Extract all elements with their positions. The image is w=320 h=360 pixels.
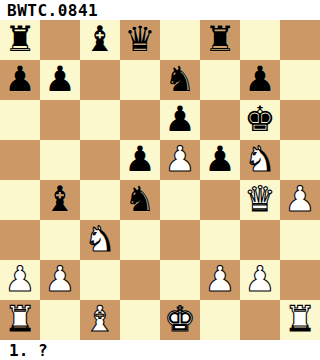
- move-prompt: 1. ?: [9, 341, 48, 360]
- square-a7[interactable]: ♟: [0, 60, 40, 100]
- square-g4[interactable]: ♛: [240, 180, 280, 220]
- square-c4[interactable]: [80, 180, 120, 220]
- piece-black-pawn[interactable]: ♟: [164, 100, 195, 139]
- square-f6[interactable]: [200, 100, 240, 140]
- square-h5[interactable]: [280, 140, 320, 180]
- square-d8[interactable]: ♛: [120, 20, 160, 60]
- piece-white-knight[interactable]: ♞: [244, 140, 275, 179]
- piece-white-pawn[interactable]: ♟: [204, 260, 235, 299]
- square-e2[interactable]: [160, 260, 200, 300]
- chess-board: ♜♝♛♜♟♟♞♟♟♚♟♟♟♞♝♞♛♟♞♟♟♟♟♜♝♚♜: [0, 20, 320, 340]
- piece-black-king[interactable]: ♚: [244, 100, 275, 139]
- square-f7[interactable]: [200, 60, 240, 100]
- square-f2[interactable]: ♟: [200, 260, 240, 300]
- square-h8[interactable]: [280, 20, 320, 60]
- piece-white-queen[interactable]: ♛: [244, 180, 275, 219]
- square-b1[interactable]: [40, 300, 80, 340]
- piece-white-pawn[interactable]: ♟: [284, 180, 315, 219]
- square-a6[interactable]: [0, 100, 40, 140]
- piece-white-pawn[interactable]: ♟: [244, 260, 275, 299]
- square-b2[interactable]: ♟: [40, 260, 80, 300]
- piece-black-pawn[interactable]: ♟: [44, 60, 75, 99]
- square-c1[interactable]: ♝: [80, 300, 120, 340]
- square-c7[interactable]: [80, 60, 120, 100]
- piece-black-pawn[interactable]: ♟: [244, 60, 275, 99]
- square-b5[interactable]: [40, 140, 80, 180]
- square-c6[interactable]: [80, 100, 120, 140]
- square-b7[interactable]: ♟: [40, 60, 80, 100]
- square-e8[interactable]: [160, 20, 200, 60]
- piece-black-bishop[interactable]: ♝: [44, 180, 75, 219]
- square-e1[interactable]: ♚: [160, 300, 200, 340]
- piece-white-rook[interactable]: ♜: [4, 300, 35, 339]
- square-c3[interactable]: ♞: [80, 220, 120, 260]
- piece-black-knight[interactable]: ♞: [164, 60, 195, 99]
- square-f4[interactable]: [200, 180, 240, 220]
- piece-black-pawn[interactable]: ♟: [124, 140, 155, 179]
- square-d3[interactable]: [120, 220, 160, 260]
- square-c2[interactable]: [80, 260, 120, 300]
- piece-black-rook[interactable]: ♜: [204, 20, 235, 59]
- piece-black-queen[interactable]: ♛: [124, 20, 155, 59]
- square-d2[interactable]: [120, 260, 160, 300]
- square-e6[interactable]: ♟: [160, 100, 200, 140]
- square-d1[interactable]: [120, 300, 160, 340]
- piece-black-knight[interactable]: ♞: [124, 180, 155, 219]
- square-c8[interactable]: ♝: [80, 20, 120, 60]
- square-d7[interactable]: [120, 60, 160, 100]
- square-h4[interactable]: ♟: [280, 180, 320, 220]
- square-b4[interactable]: ♝: [40, 180, 80, 220]
- square-b8[interactable]: [40, 20, 80, 60]
- piece-white-king[interactable]: ♚: [164, 300, 195, 339]
- square-h2[interactable]: [280, 260, 320, 300]
- square-f3[interactable]: [200, 220, 240, 260]
- square-d4[interactable]: ♞: [120, 180, 160, 220]
- piece-black-rook[interactable]: ♜: [4, 20, 35, 59]
- square-h7[interactable]: [280, 60, 320, 100]
- square-e5[interactable]: ♟: [160, 140, 200, 180]
- square-h1[interactable]: ♜: [280, 300, 320, 340]
- square-e7[interactable]: ♞: [160, 60, 200, 100]
- square-a1[interactable]: ♜: [0, 300, 40, 340]
- piece-white-rook[interactable]: ♜: [284, 300, 315, 339]
- piece-black-pawn[interactable]: ♟: [4, 60, 35, 99]
- square-a5[interactable]: [0, 140, 40, 180]
- square-f8[interactable]: ♜: [200, 20, 240, 60]
- piece-white-bishop[interactable]: ♝: [84, 300, 115, 339]
- square-g5[interactable]: ♞: [240, 140, 280, 180]
- square-f5[interactable]: ♟: [200, 140, 240, 180]
- square-g6[interactable]: ♚: [240, 100, 280, 140]
- square-g2[interactable]: ♟: [240, 260, 280, 300]
- piece-black-bishop[interactable]: ♝: [84, 20, 115, 59]
- square-a4[interactable]: [0, 180, 40, 220]
- square-h3[interactable]: [280, 220, 320, 260]
- square-f1[interactable]: [200, 300, 240, 340]
- square-g1[interactable]: [240, 300, 280, 340]
- puzzle-title: BWTC.0841: [7, 1, 98, 20]
- piece-black-pawn[interactable]: ♟: [204, 140, 235, 179]
- square-a2[interactable]: ♟: [0, 260, 40, 300]
- piece-white-pawn[interactable]: ♟: [44, 260, 75, 299]
- piece-white-knight[interactable]: ♞: [84, 220, 115, 259]
- square-e4[interactable]: [160, 180, 200, 220]
- square-a3[interactable]: [0, 220, 40, 260]
- square-g7[interactable]: ♟: [240, 60, 280, 100]
- square-h6[interactable]: [280, 100, 320, 140]
- square-e3[interactable]: [160, 220, 200, 260]
- square-d5[interactable]: ♟: [120, 140, 160, 180]
- square-d6[interactable]: [120, 100, 160, 140]
- square-b3[interactable]: [40, 220, 80, 260]
- square-g3[interactable]: [240, 220, 280, 260]
- piece-white-pawn[interactable]: ♟: [164, 140, 195, 179]
- chess-program-window: BWTC.0841 ♜♝♛♜♟♟♞♟♟♚♟♟♟♞♝♞♛♟♞♟♟♟♟♜♝♚♜ 1.…: [0, 0, 320, 360]
- square-c5[interactable]: [80, 140, 120, 180]
- square-g8[interactable]: [240, 20, 280, 60]
- square-b6[interactable]: [40, 100, 80, 140]
- piece-white-pawn[interactable]: ♟: [4, 260, 35, 299]
- square-a8[interactable]: ♜: [0, 20, 40, 60]
